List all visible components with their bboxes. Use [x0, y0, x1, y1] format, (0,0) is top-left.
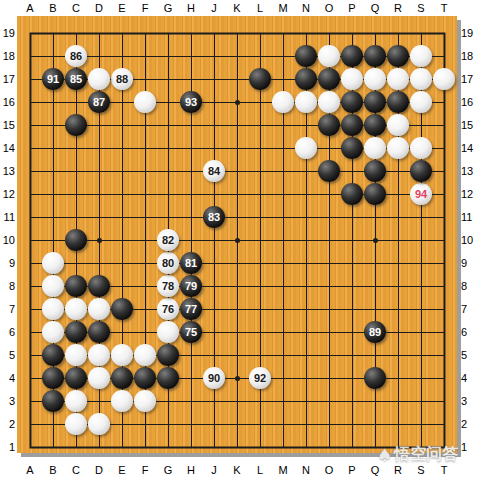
stone-R15[interactable]	[387, 114, 409, 136]
stone-P17[interactable]	[341, 68, 363, 90]
stone-Q17[interactable]	[364, 68, 386, 90]
stone-G10[interactable]: 82	[157, 229, 179, 251]
row-label-left-15: 15	[0, 118, 15, 132]
stone-H6[interactable]: 75	[180, 321, 202, 343]
stone-F5[interactable]	[134, 344, 156, 366]
stone-E5[interactable]	[111, 344, 133, 366]
move-number-78: 78	[157, 275, 179, 297]
stone-B6[interactable]	[42, 321, 64, 343]
stone-D17[interactable]	[88, 68, 110, 90]
stone-O15[interactable]	[318, 114, 340, 136]
row-label-right-8: 8	[461, 279, 481, 293]
stone-C15[interactable]	[65, 114, 87, 136]
stone-C4[interactable]	[65, 367, 87, 389]
stone-B4[interactable]	[42, 367, 64, 389]
col-label-bottom-T: T	[434, 463, 454, 477]
stone-Q4[interactable]	[364, 367, 386, 389]
row-label-left-12: 12	[0, 187, 15, 201]
stone-P12[interactable]	[341, 183, 363, 205]
move-number-88: 88	[111, 68, 133, 90]
col-label-bottom-K: K	[227, 463, 247, 477]
col-label-top-L: L	[250, 1, 270, 15]
stone-N18[interactable]	[295, 45, 317, 67]
col-label-bottom-J: J	[204, 463, 224, 477]
row-label-left-1: 1	[0, 440, 15, 454]
stone-F3[interactable]	[134, 390, 156, 412]
stone-C3[interactable]	[65, 390, 87, 412]
stone-G6[interactable]	[157, 321, 179, 343]
move-number-93: 93	[180, 91, 202, 113]
col-label-top-A: A	[20, 1, 40, 15]
col-label-top-B: B	[43, 1, 63, 15]
col-label-top-R: R	[388, 1, 408, 15]
stone-S17[interactable]	[410, 68, 432, 90]
row-label-left-13: 13	[0, 164, 15, 178]
stone-J11[interactable]: 83	[203, 206, 225, 228]
col-label-bottom-M: M	[273, 463, 293, 477]
stone-T17[interactable]	[433, 68, 455, 90]
stone-C18[interactable]: 86	[65, 45, 87, 67]
stone-N16[interactable]	[295, 91, 317, 113]
move-number-86: 86	[65, 45, 87, 67]
stone-F16[interactable]	[134, 91, 156, 113]
row-label-left-11: 11	[0, 210, 15, 224]
stone-C8[interactable]	[65, 275, 87, 297]
row-label-right-9: 9	[461, 256, 481, 270]
star-point	[235, 376, 240, 381]
stone-G5[interactable]	[157, 344, 179, 366]
go-diagram: ♠ 悟空问答 AABBCCDDEEFFGGHHJJKKLLMMNNOOPPQQR…	[0, 0, 482, 481]
col-label-bottom-D: D	[89, 463, 109, 477]
stone-R14[interactable]	[387, 137, 409, 159]
col-label-bottom-E: E	[112, 463, 132, 477]
stone-E17[interactable]: 88	[111, 68, 133, 90]
stone-N14[interactable]	[295, 137, 317, 159]
col-label-top-K: K	[227, 1, 247, 15]
move-number-92: 92	[249, 367, 271, 389]
col-label-top-J: J	[204, 1, 224, 15]
stone-F4[interactable]	[134, 367, 156, 389]
row-label-right-12: 12	[461, 187, 481, 201]
stone-H7[interactable]: 77	[180, 298, 202, 320]
stone-P14[interactable]	[341, 137, 363, 159]
row-label-left-17: 17	[0, 72, 15, 86]
stone-Q14[interactable]	[364, 137, 386, 159]
move-number-75: 75	[180, 321, 202, 343]
move-number-77: 77	[180, 298, 202, 320]
col-label-top-O: O	[319, 1, 339, 15]
row-label-right-16: 16	[461, 95, 481, 109]
row-label-left-19: 19	[0, 26, 15, 40]
row-label-left-10: 10	[0, 233, 15, 247]
col-label-top-C: C	[66, 1, 86, 15]
col-label-bottom-R: R	[388, 463, 408, 477]
row-label-right-10: 10	[461, 233, 481, 247]
move-number-79: 79	[180, 275, 202, 297]
col-label-bottom-O: O	[319, 463, 339, 477]
stone-O18[interactable]	[318, 45, 340, 67]
row-label-left-9: 9	[0, 256, 15, 270]
stone-S18[interactable]	[410, 45, 432, 67]
row-label-right-14: 14	[461, 141, 481, 155]
watermark-logo-icon: ♠	[377, 445, 392, 465]
row-label-left-3: 3	[0, 394, 15, 408]
stone-M16[interactable]	[272, 91, 294, 113]
stone-D2[interactable]	[88, 413, 110, 435]
stone-E3[interactable]	[111, 390, 133, 412]
move-number-91: 91	[42, 68, 64, 90]
col-label-top-P: P	[342, 1, 362, 15]
watermark-text: 悟空问答	[394, 444, 458, 465]
stone-H16[interactable]: 93	[180, 91, 202, 113]
col-label-top-G: G	[158, 1, 178, 15]
stone-Q16[interactable]	[364, 91, 386, 113]
stone-D4[interactable]	[88, 367, 110, 389]
stone-E4[interactable]	[111, 367, 133, 389]
col-label-top-S: S	[411, 1, 431, 15]
row-label-right-7: 7	[461, 302, 481, 316]
col-label-bottom-B: B	[43, 463, 63, 477]
stone-C10[interactable]	[65, 229, 87, 251]
stone-O16[interactable]	[318, 91, 340, 113]
stone-B17[interactable]: 91	[42, 68, 64, 90]
stone-E7[interactable]	[111, 298, 133, 320]
stone-Q6[interactable]: 89	[364, 321, 386, 343]
row-label-left-2: 2	[0, 417, 15, 431]
row-label-left-6: 6	[0, 325, 15, 339]
stone-S12[interactable]: 94	[410, 183, 432, 205]
row-label-right-15: 15	[461, 118, 481, 132]
col-label-top-N: N	[296, 1, 316, 15]
row-label-right-6: 6	[461, 325, 481, 339]
stone-D8[interactable]	[88, 275, 110, 297]
row-label-left-8: 8	[0, 279, 15, 293]
col-label-bottom-Q: Q	[365, 463, 385, 477]
star-point	[97, 238, 102, 243]
col-label-bottom-C: C	[66, 463, 86, 477]
col-label-top-F: F	[135, 1, 155, 15]
stone-H8[interactable]: 79	[180, 275, 202, 297]
move-number-85: 85	[65, 68, 87, 90]
stone-R17[interactable]	[387, 68, 409, 90]
col-label-bottom-N: N	[296, 463, 316, 477]
stone-J13[interactable]: 84	[203, 160, 225, 182]
stone-G4[interactable]	[157, 367, 179, 389]
stone-D5[interactable]	[88, 344, 110, 366]
stone-Q15[interactable]	[364, 114, 386, 136]
star-point	[235, 100, 240, 105]
stone-O17[interactable]	[318, 68, 340, 90]
stone-H9[interactable]: 81	[180, 252, 202, 274]
move-number-94: 94	[410, 183, 432, 205]
star-point	[373, 238, 378, 243]
stone-R16[interactable]	[387, 91, 409, 113]
move-number-84: 84	[203, 160, 225, 182]
row-label-left-4: 4	[0, 371, 15, 385]
stone-G8[interactable]: 78	[157, 275, 179, 297]
stone-D6[interactable]	[88, 321, 110, 343]
stone-S13[interactable]	[410, 160, 432, 182]
move-number-80: 80	[157, 252, 179, 274]
stone-G7[interactable]: 76	[157, 298, 179, 320]
move-number-81: 81	[180, 252, 202, 274]
row-label-right-13: 13	[461, 164, 481, 178]
move-number-87: 87	[88, 91, 110, 113]
stone-C17[interactable]: 85	[65, 68, 87, 90]
col-label-top-H: H	[181, 1, 201, 15]
row-label-left-16: 16	[0, 95, 15, 109]
stone-N17[interactable]	[295, 68, 317, 90]
star-point	[235, 238, 240, 243]
stone-D7[interactable]	[88, 298, 110, 320]
col-label-top-M: M	[273, 1, 293, 15]
col-label-top-D: D	[89, 1, 109, 15]
row-label-right-17: 17	[461, 72, 481, 86]
row-label-right-1: 1	[461, 440, 481, 454]
col-label-bottom-G: G	[158, 463, 178, 477]
row-label-right-5: 5	[461, 348, 481, 362]
row-label-right-3: 3	[461, 394, 481, 408]
col-label-top-Q: Q	[365, 1, 385, 15]
stone-C7[interactable]	[65, 298, 87, 320]
stone-P15[interactable]	[341, 114, 363, 136]
stone-L4[interactable]: 92	[249, 367, 271, 389]
col-label-bottom-F: F	[135, 463, 155, 477]
stone-B5[interactable]	[42, 344, 64, 366]
move-number-89: 89	[364, 321, 386, 343]
stone-Q18[interactable]	[364, 45, 386, 67]
stone-J4[interactable]: 90	[203, 367, 225, 389]
stone-C2[interactable]	[65, 413, 87, 435]
stone-B7[interactable]	[42, 298, 64, 320]
stone-Q13[interactable]	[364, 160, 386, 182]
row-label-right-2: 2	[461, 417, 481, 431]
move-number-90: 90	[203, 367, 225, 389]
col-label-bottom-S: S	[411, 463, 431, 477]
row-label-left-5: 5	[0, 348, 15, 362]
row-label-right-19: 19	[461, 26, 481, 40]
stone-B8[interactable]	[42, 275, 64, 297]
row-label-left-7: 7	[0, 302, 15, 316]
stone-D16[interactable]: 87	[88, 91, 110, 113]
col-label-bottom-L: L	[250, 463, 270, 477]
stone-O13[interactable]	[318, 160, 340, 182]
stone-B3[interactable]	[42, 390, 64, 412]
move-number-76: 76	[157, 298, 179, 320]
stone-S16[interactable]	[410, 91, 432, 113]
stone-C6[interactable]	[65, 321, 87, 343]
stone-P18[interactable]	[341, 45, 363, 67]
col-label-top-T: T	[434, 1, 454, 15]
stone-P16[interactable]	[341, 91, 363, 113]
move-number-83: 83	[203, 206, 225, 228]
stone-R18[interactable]	[387, 45, 409, 67]
row-label-right-4: 4	[461, 371, 481, 385]
move-number-82: 82	[157, 229, 179, 251]
row-label-right-18: 18	[461, 49, 481, 63]
stone-B9[interactable]	[42, 252, 64, 274]
col-label-bottom-A: A	[20, 463, 40, 477]
stone-Q12[interactable]	[364, 183, 386, 205]
watermark: ♠ 悟空问答	[377, 444, 458, 465]
col-label-bottom-H: H	[181, 463, 201, 477]
row-label-left-18: 18	[0, 49, 15, 63]
stone-C5[interactable]	[65, 344, 87, 366]
col-label-top-E: E	[112, 1, 132, 15]
stone-S14[interactable]	[410, 137, 432, 159]
stone-L17[interactable]	[249, 68, 271, 90]
stone-G9[interactable]: 80	[157, 252, 179, 274]
row-label-right-11: 11	[461, 210, 481, 224]
row-label-left-14: 14	[0, 141, 15, 155]
col-label-bottom-P: P	[342, 463, 362, 477]
